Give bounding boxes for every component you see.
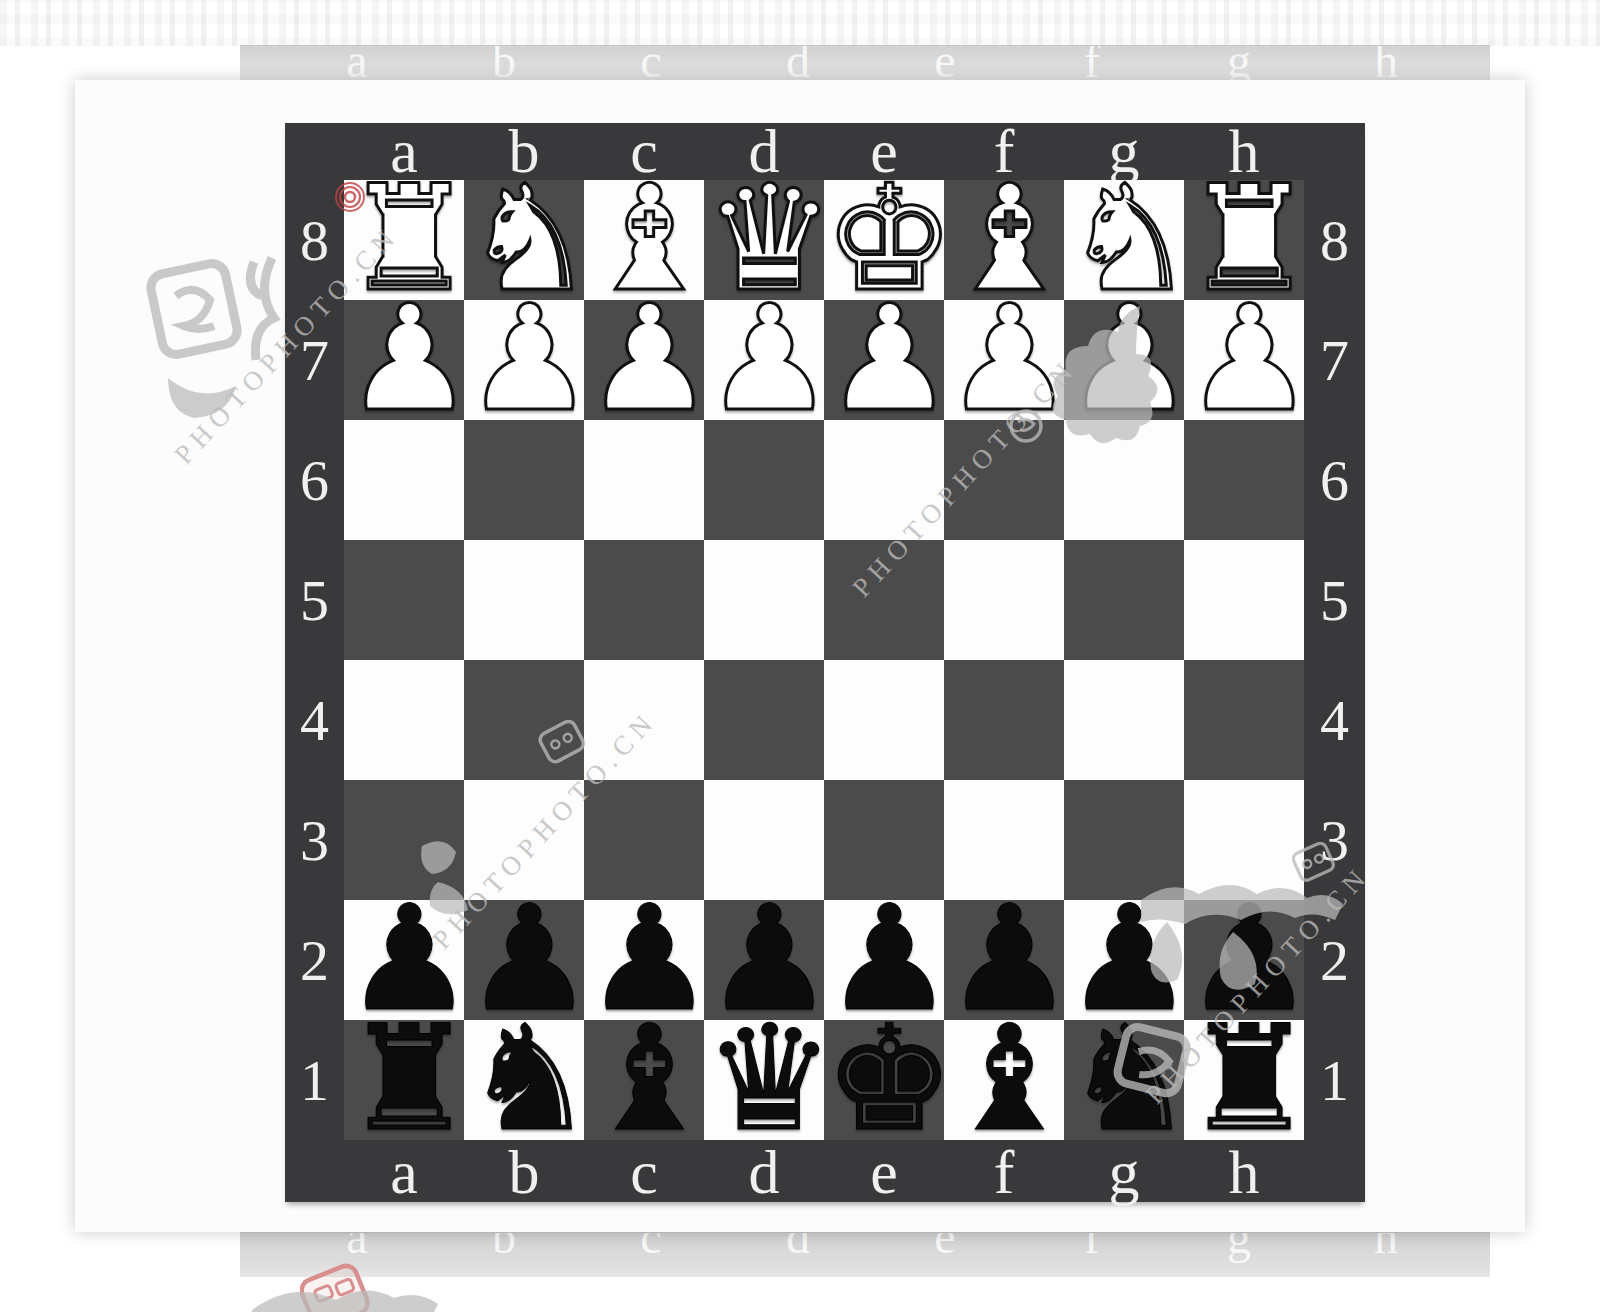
watermark-brush-bottom xyxy=(242,1286,452,1312)
black-queen-d1[interactable]: ♛ xyxy=(704,1020,824,1140)
ghost-letter-f: f xyxy=(1052,45,1132,80)
ghost-letter-a: a xyxy=(317,45,397,80)
square-g4[interactable] xyxy=(1064,660,1184,780)
top-noise-strip xyxy=(0,0,1600,46)
ghost-letter-e: e xyxy=(905,1232,985,1259)
board-squares: ♜♞♝♛♚♝♞♜♟♟♟♟♟♟♟♟♟♟♟♟♟♟♟♟♜♞♝♛♚♝♞♜ xyxy=(344,180,1304,1140)
square-a6[interactable] xyxy=(344,420,464,540)
square-b4[interactable] xyxy=(464,660,584,780)
black-king-e1[interactable]: ♚ xyxy=(824,1020,944,1140)
rank-label-left-5: 5 xyxy=(285,540,344,660)
rank-label-left-2: 2 xyxy=(285,900,344,1020)
square-a1[interactable]: ♜ xyxy=(344,1020,464,1140)
rank-label-left-6: 6 xyxy=(285,420,344,540)
square-g6[interactable] xyxy=(1064,420,1184,540)
square-h1[interactable]: ♜ xyxy=(1184,1020,1304,1140)
square-g5[interactable] xyxy=(1064,540,1184,660)
black-knight-b1[interactable]: ♞ xyxy=(464,1020,584,1140)
square-b7[interactable]: ♟ xyxy=(464,300,584,420)
square-a4[interactable] xyxy=(344,660,464,780)
square-d5[interactable] xyxy=(704,540,824,660)
square-h5[interactable] xyxy=(1184,540,1304,660)
square-f5[interactable] xyxy=(944,540,1064,660)
rank-label-left-7: 7 xyxy=(285,300,344,420)
ghost-letter-c: c xyxy=(611,1232,691,1259)
square-d4[interactable] xyxy=(704,660,824,780)
rank-labels-left: 87654321 xyxy=(285,180,344,1140)
square-e7[interactable]: ♟ xyxy=(824,300,944,420)
backdrop-strip-bottom: abcdefgh xyxy=(240,1232,1490,1277)
square-c5[interactable] xyxy=(584,540,704,660)
square-a7[interactable]: ♟ xyxy=(344,300,464,420)
black-rook-h1[interactable]: ♜ xyxy=(1184,1020,1304,1140)
rank-label-left-8: 8 xyxy=(285,180,344,300)
square-e5[interactable] xyxy=(824,540,944,660)
black-bishop-f1[interactable]: ♝ xyxy=(944,1020,1064,1140)
screenshot-root: abcdefgh abcdefgh abcdefgh abcdefgh 8765… xyxy=(0,0,1600,1312)
ghost-letter-f: f xyxy=(1052,1232,1132,1259)
square-f4[interactable] xyxy=(944,660,1064,780)
white-pawn-g7[interactable]: ♟ xyxy=(1064,300,1184,420)
white-pawn-h7[interactable]: ♟ xyxy=(1184,300,1304,420)
ghost-letter-d: d xyxy=(758,1232,838,1259)
square-f1[interactable]: ♝ xyxy=(944,1020,1064,1140)
square-e4[interactable] xyxy=(824,660,944,780)
square-h6[interactable] xyxy=(1184,420,1304,540)
rank-label-right-5: 5 xyxy=(1304,540,1365,660)
ghost-letter-b: b xyxy=(464,45,544,80)
rank-label-left-3: 3 xyxy=(285,780,344,900)
square-d6[interactable] xyxy=(704,420,824,540)
black-bishop-c1[interactable]: ♝ xyxy=(584,1020,704,1140)
ghost-letter-h: h xyxy=(1346,1232,1426,1259)
rank-label-left-4: 4 xyxy=(285,660,344,780)
ghost-letter-e: e xyxy=(905,45,985,80)
backdrop-strip-top: abcdefgh xyxy=(240,45,1490,80)
square-c7[interactable]: ♟ xyxy=(584,300,704,420)
black-knight-g1[interactable]: ♞ xyxy=(1064,1020,1184,1140)
square-d1[interactable]: ♛ xyxy=(704,1020,824,1140)
square-g7[interactable]: ♟ xyxy=(1064,300,1184,420)
square-f7[interactable]: ♟ xyxy=(944,300,1064,420)
square-e1[interactable]: ♚ xyxy=(824,1020,944,1140)
square-d7[interactable]: ♟ xyxy=(704,300,824,420)
ghost-letter-h: h xyxy=(1346,45,1426,80)
square-c6[interactable] xyxy=(584,420,704,540)
ghost-letter-a: a xyxy=(317,1232,397,1259)
white-pawn-c7[interactable]: ♟ xyxy=(584,300,704,420)
rank-label-right-4: 4 xyxy=(1304,660,1365,780)
square-b6[interactable] xyxy=(464,420,584,540)
square-b5[interactable] xyxy=(464,540,584,660)
ghost-letter-d: d xyxy=(758,45,838,80)
ghost-letter-c: c xyxy=(611,45,691,80)
square-g1[interactable]: ♞ xyxy=(1064,1020,1184,1140)
square-h4[interactable] xyxy=(1184,660,1304,780)
square-a5[interactable] xyxy=(344,540,464,660)
chess-board: abcdefgh abcdefgh 87654321 87654321 ♜♞♝♛… xyxy=(285,123,1365,1202)
ghost-letter-b: b xyxy=(464,1232,544,1259)
rank-label-left-1: 1 xyxy=(285,1020,344,1140)
white-pawn-a7[interactable]: ♟ xyxy=(344,300,464,420)
square-e6[interactable] xyxy=(824,420,944,540)
square-c4[interactable] xyxy=(584,660,704,780)
square-f6[interactable] xyxy=(944,420,1064,540)
ghost-letter-g: g xyxy=(1199,45,1279,80)
square-b1[interactable]: ♞ xyxy=(464,1020,584,1140)
square-c1[interactable]: ♝ xyxy=(584,1020,704,1140)
ghost-letter-g: g xyxy=(1199,1232,1279,1259)
square-h7[interactable]: ♟ xyxy=(1184,300,1304,420)
white-pawn-e7[interactable]: ♟ xyxy=(824,300,944,420)
black-rook-a1[interactable]: ♜ xyxy=(344,1020,464,1140)
white-pawn-f7[interactable]: ♟ xyxy=(944,300,1064,420)
white-pawn-b7[interactable]: ♟ xyxy=(464,300,584,420)
white-pawn-d7[interactable]: ♟ xyxy=(704,300,824,420)
